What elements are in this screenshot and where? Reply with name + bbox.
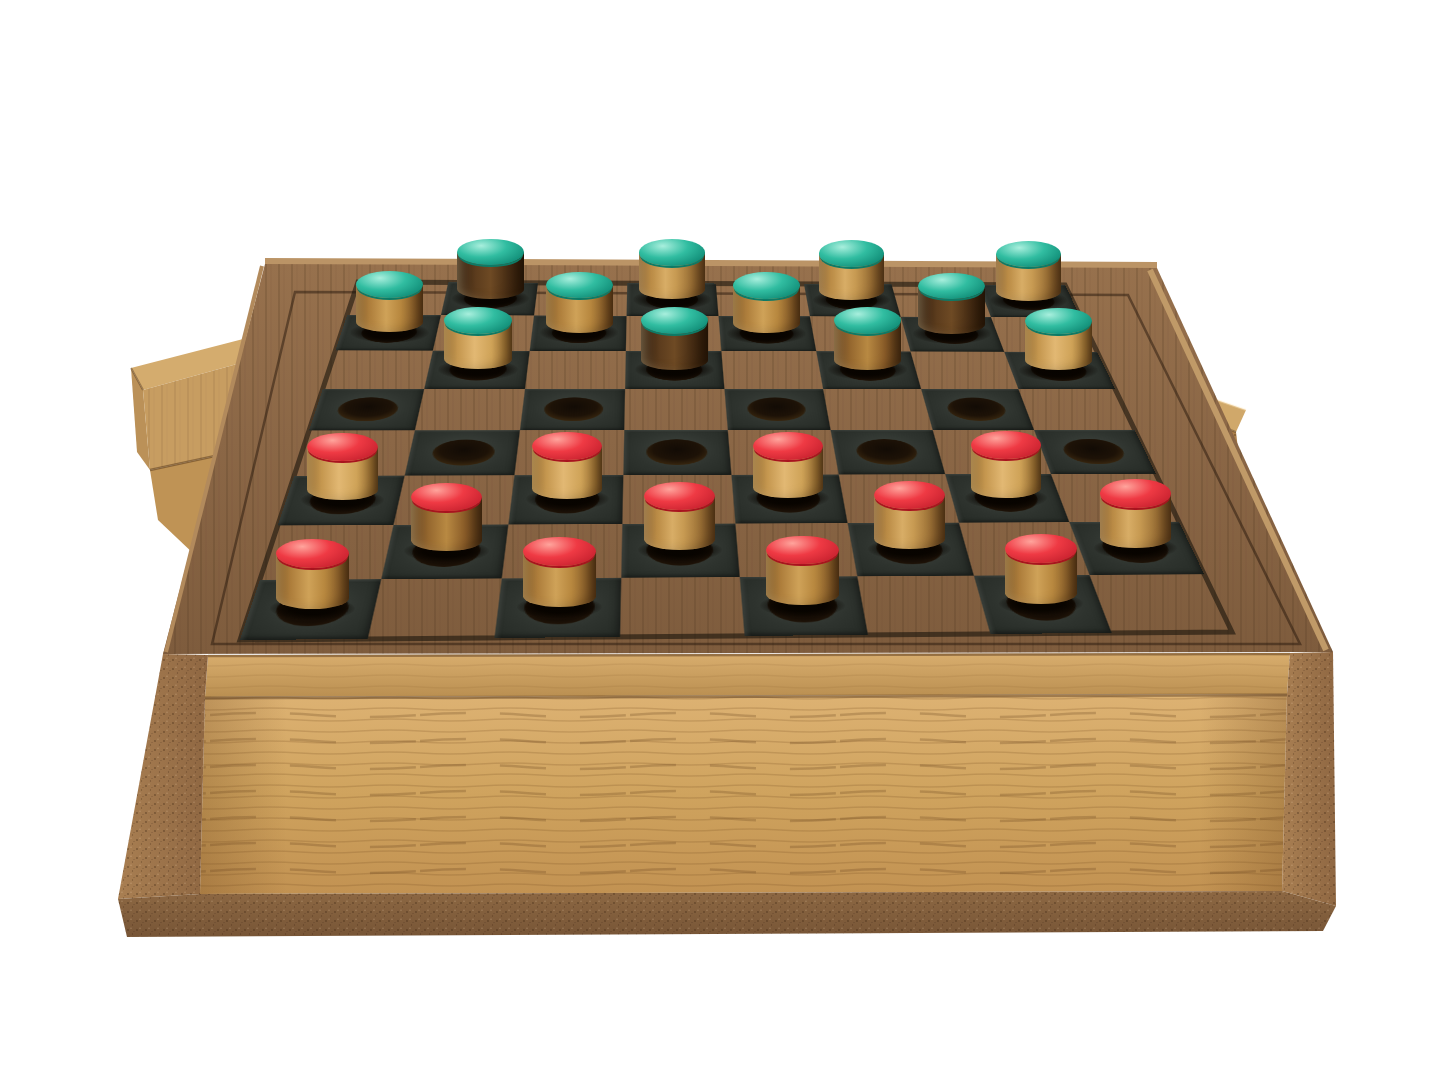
red-painted-top (1100, 479, 1170, 507)
product-photo-stage (0, 0, 1445, 1084)
peg-red-a3[interactable] (307, 433, 378, 515)
teal-painted-top (444, 307, 512, 334)
peg-red-a1[interactable] (276, 539, 349, 624)
red-painted-top (766, 536, 838, 565)
peg-teal-f6[interactable] (834, 307, 901, 384)
peg-red-c1[interactable] (523, 537, 595, 622)
peg-teal-e7[interactable] (733, 272, 800, 347)
teal-painted-top (918, 273, 984, 300)
peg-teal-h6[interactable] (1025, 308, 1092, 385)
red-painted-top (307, 433, 378, 461)
peg-red-e3[interactable] (753, 432, 823, 513)
peg-teal-h8[interactable] (996, 241, 1062, 315)
teal-painted-top (457, 239, 523, 266)
teal-painted-top (639, 239, 705, 265)
peg-teal-b6[interactable] (444, 307, 512, 384)
peg-teal-g7[interactable] (918, 273, 984, 348)
peg-teal-d8[interactable] (639, 239, 705, 313)
teal-painted-top (819, 240, 885, 266)
red-painted-top (644, 482, 715, 510)
red-painted-top (523, 537, 595, 566)
red-painted-top (753, 432, 823, 460)
peg-red-h2[interactable] (1100, 479, 1170, 562)
peg-teal-b8[interactable] (457, 239, 523, 313)
peg-red-e1[interactable] (766, 536, 838, 621)
teal-painted-top (1025, 308, 1092, 335)
peg-teal-f8[interactable] (819, 240, 885, 314)
peg-red-d2[interactable] (644, 482, 715, 565)
teal-painted-top (733, 272, 800, 299)
red-painted-top (971, 431, 1041, 459)
pegs-layer (0, 0, 1445, 1084)
peg-teal-c7[interactable] (546, 272, 613, 347)
peg-teal-a7[interactable] (356, 271, 423, 346)
peg-red-g1[interactable] (1005, 534, 1077, 618)
peg-red-c3[interactable] (532, 432, 602, 513)
teal-painted-top (641, 307, 708, 334)
red-painted-top (1005, 534, 1077, 563)
peg-red-b2[interactable] (411, 483, 483, 566)
red-painted-top (276, 539, 349, 568)
peg-red-g3[interactable] (971, 431, 1041, 512)
peg-red-f2[interactable] (874, 481, 945, 564)
teal-painted-top (546, 272, 613, 299)
peg-teal-d6[interactable] (641, 307, 708, 384)
red-painted-top (874, 481, 945, 509)
teal-painted-top (356, 271, 423, 298)
